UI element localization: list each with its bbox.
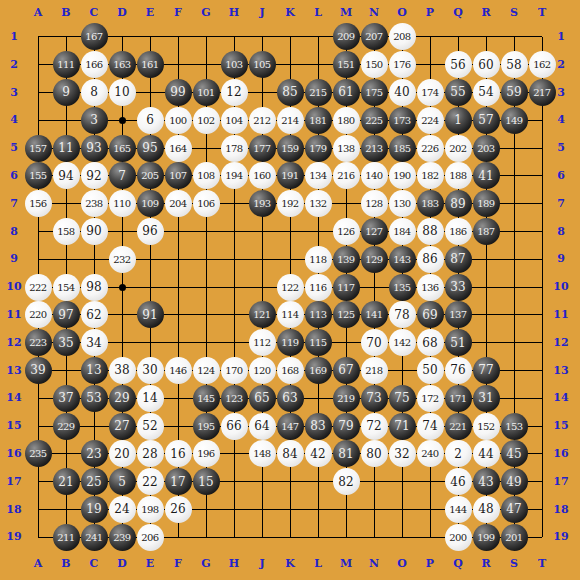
point-E11[interactable]: 91 — [136, 301, 164, 329]
point-E17[interactable]: 22 — [136, 468, 164, 496]
point-J19[interactable] — [248, 523, 276, 551]
point-F11[interactable] — [164, 301, 192, 329]
point-L2[interactable] — [304, 51, 332, 79]
point-K14[interactable]: 63 — [276, 384, 304, 412]
point-Q8[interactable]: 186 — [444, 218, 472, 246]
point-O4[interactable]: 173 — [388, 106, 416, 134]
point-L10[interactable]: 116 — [304, 273, 332, 301]
point-L7[interactable]: 132 — [304, 190, 332, 218]
point-A17[interactable] — [24, 468, 52, 496]
point-E19[interactable]: 206 — [136, 523, 164, 551]
point-B3[interactable]: 9 — [52, 79, 80, 107]
point-H14[interactable]: 123 — [220, 384, 248, 412]
point-A18[interactable] — [24, 496, 52, 524]
point-H2[interactable]: 103 — [220, 51, 248, 79]
point-G17[interactable]: 15 — [192, 468, 220, 496]
point-L12[interactable]: 115 — [304, 329, 332, 357]
point-M4[interactable]: 180 — [332, 106, 360, 134]
point-N12[interactable]: 70 — [360, 329, 388, 357]
point-N17[interactable] — [360, 468, 388, 496]
point-P10[interactable]: 136 — [416, 273, 444, 301]
point-N16[interactable]: 80 — [360, 440, 388, 468]
point-S3[interactable]: 59 — [500, 79, 528, 107]
point-M2[interactable]: 151 — [332, 51, 360, 79]
point-E12[interactable] — [136, 329, 164, 357]
point-H3[interactable]: 12 — [220, 79, 248, 107]
point-C9[interactable] — [80, 245, 108, 273]
point-P15[interactable]: 74 — [416, 412, 444, 440]
point-Q17[interactable]: 46 — [444, 468, 472, 496]
point-P5[interactable]: 226 — [416, 134, 444, 162]
point-L8[interactable] — [304, 218, 332, 246]
point-K16[interactable]: 84 — [276, 440, 304, 468]
point-H5[interactable]: 178 — [220, 134, 248, 162]
point-C19[interactable]: 241 — [80, 523, 108, 551]
point-D5[interactable]: 165 — [108, 134, 136, 162]
point-J14[interactable]: 65 — [248, 384, 276, 412]
point-B8[interactable]: 158 — [52, 218, 80, 246]
point-P8[interactable]: 88 — [416, 218, 444, 246]
point-B1[interactable] — [52, 23, 80, 51]
point-T15[interactable] — [528, 412, 556, 440]
point-H4[interactable]: 104 — [220, 106, 248, 134]
point-E15[interactable]: 52 — [136, 412, 164, 440]
point-R2[interactable]: 60 — [472, 51, 500, 79]
point-S13[interactable] — [500, 357, 528, 385]
point-C5[interactable]: 93 — [80, 134, 108, 162]
point-F4[interactable]: 100 — [164, 106, 192, 134]
point-D2[interactable]: 163 — [108, 51, 136, 79]
point-K4[interactable]: 214 — [276, 106, 304, 134]
point-Q11[interactable]: 137 — [444, 301, 472, 329]
point-B17[interactable]: 21 — [52, 468, 80, 496]
point-M17[interactable]: 82 — [332, 468, 360, 496]
point-P9[interactable]: 86 — [416, 245, 444, 273]
point-D14[interactable]: 29 — [108, 384, 136, 412]
point-J10[interactable] — [248, 273, 276, 301]
point-L17[interactable] — [304, 468, 332, 496]
point-B4[interactable] — [52, 106, 80, 134]
point-R6[interactable]: 41 — [472, 162, 500, 190]
point-B6[interactable]: 94 — [52, 162, 80, 190]
point-T10[interactable] — [528, 273, 556, 301]
point-K9[interactable] — [276, 245, 304, 273]
point-L3[interactable]: 215 — [304, 79, 332, 107]
point-F2[interactable] — [164, 51, 192, 79]
point-D10[interactable] — [108, 273, 136, 301]
point-M1[interactable]: 209 — [332, 23, 360, 51]
point-F9[interactable] — [164, 245, 192, 273]
point-A7[interactable]: 156 — [24, 190, 52, 218]
point-B9[interactable] — [52, 245, 80, 273]
point-O9[interactable]: 143 — [388, 245, 416, 273]
point-Q4[interactable]: 1 — [444, 106, 472, 134]
point-K7[interactable]: 192 — [276, 190, 304, 218]
point-N10[interactable] — [360, 273, 388, 301]
point-T13[interactable] — [528, 357, 556, 385]
point-C18[interactable]: 19 — [80, 496, 108, 524]
point-G18[interactable] — [192, 496, 220, 524]
point-R17[interactable]: 43 — [472, 468, 500, 496]
point-F17[interactable]: 17 — [164, 468, 192, 496]
point-H13[interactable]: 170 — [220, 357, 248, 385]
point-M15[interactable]: 79 — [332, 412, 360, 440]
point-N4[interactable]: 225 — [360, 106, 388, 134]
point-A10[interactable]: 222 — [24, 273, 52, 301]
point-R9[interactable] — [472, 245, 500, 273]
point-O18[interactable] — [388, 496, 416, 524]
point-R1[interactable] — [472, 23, 500, 51]
point-G9[interactable] — [192, 245, 220, 273]
point-F13[interactable]: 146 — [164, 357, 192, 385]
point-F16[interactable]: 16 — [164, 440, 192, 468]
point-R14[interactable]: 31 — [472, 384, 500, 412]
point-N19[interactable] — [360, 523, 388, 551]
point-Q6[interactable]: 188 — [444, 162, 472, 190]
point-K5[interactable]: 159 — [276, 134, 304, 162]
point-O14[interactable]: 75 — [388, 384, 416, 412]
point-F15[interactable] — [164, 412, 192, 440]
point-Q13[interactable]: 76 — [444, 357, 472, 385]
point-N14[interactable]: 73 — [360, 384, 388, 412]
point-N5[interactable]: 213 — [360, 134, 388, 162]
point-S4[interactable]: 149 — [500, 106, 528, 134]
point-Q12[interactable]: 51 — [444, 329, 472, 357]
point-R13[interactable]: 77 — [472, 357, 500, 385]
point-H10[interactable] — [220, 273, 248, 301]
point-L1[interactable] — [304, 23, 332, 51]
point-Q1[interactable] — [444, 23, 472, 51]
point-L14[interactable] — [304, 384, 332, 412]
point-G15[interactable]: 195 — [192, 412, 220, 440]
point-D3[interactable]: 10 — [108, 79, 136, 107]
point-O3[interactable]: 40 — [388, 79, 416, 107]
point-L19[interactable] — [304, 523, 332, 551]
point-O16[interactable]: 32 — [388, 440, 416, 468]
point-K12[interactable]: 119 — [276, 329, 304, 357]
point-A11[interactable]: 220 — [24, 301, 52, 329]
point-R11[interactable] — [472, 301, 500, 329]
point-N18[interactable] — [360, 496, 388, 524]
point-S14[interactable] — [500, 384, 528, 412]
point-C4[interactable]: 3 — [80, 106, 108, 134]
point-G13[interactable]: 124 — [192, 357, 220, 385]
point-R19[interactable]: 199 — [472, 523, 500, 551]
point-N7[interactable]: 128 — [360, 190, 388, 218]
point-A5[interactable]: 157 — [24, 134, 52, 162]
point-S6[interactable] — [500, 162, 528, 190]
point-P1[interactable] — [416, 23, 444, 51]
point-A15[interactable] — [24, 412, 52, 440]
point-K2[interactable] — [276, 51, 304, 79]
point-T4[interactable] — [528, 106, 556, 134]
point-D18[interactable]: 24 — [108, 496, 136, 524]
point-D4[interactable] — [108, 106, 136, 134]
point-Q14[interactable]: 171 — [444, 384, 472, 412]
point-A1[interactable] — [24, 23, 52, 51]
point-A3[interactable] — [24, 79, 52, 107]
point-J6[interactable]: 160 — [248, 162, 276, 190]
point-O8[interactable]: 184 — [388, 218, 416, 246]
point-S19[interactable]: 201 — [500, 523, 528, 551]
point-J9[interactable] — [248, 245, 276, 273]
point-G11[interactable] — [192, 301, 220, 329]
point-T7[interactable] — [528, 190, 556, 218]
point-D17[interactable]: 5 — [108, 468, 136, 496]
point-K11[interactable]: 114 — [276, 301, 304, 329]
point-F18[interactable]: 26 — [164, 496, 192, 524]
point-A6[interactable]: 155 — [24, 162, 52, 190]
point-S8[interactable] — [500, 218, 528, 246]
point-P14[interactable]: 172 — [416, 384, 444, 412]
point-L11[interactable]: 113 — [304, 301, 332, 329]
point-P6[interactable]: 182 — [416, 162, 444, 190]
point-R18[interactable]: 48 — [472, 496, 500, 524]
point-J13[interactable]: 120 — [248, 357, 276, 385]
point-K18[interactable] — [276, 496, 304, 524]
point-H17[interactable] — [220, 468, 248, 496]
point-L15[interactable]: 83 — [304, 412, 332, 440]
point-H11[interactable] — [220, 301, 248, 329]
point-O11[interactable]: 78 — [388, 301, 416, 329]
point-M6[interactable]: 216 — [332, 162, 360, 190]
point-K10[interactable]: 122 — [276, 273, 304, 301]
point-S9[interactable] — [500, 245, 528, 273]
point-J2[interactable]: 105 — [248, 51, 276, 79]
point-L5[interactable]: 179 — [304, 134, 332, 162]
point-E18[interactable]: 198 — [136, 496, 164, 524]
point-E8[interactable]: 96 — [136, 218, 164, 246]
point-M3[interactable]: 61 — [332, 79, 360, 107]
point-C12[interactable]: 34 — [80, 329, 108, 357]
point-E13[interactable]: 30 — [136, 357, 164, 385]
point-L9[interactable]: 118 — [304, 245, 332, 273]
point-E7[interactable]: 109 — [136, 190, 164, 218]
point-H1[interactable] — [220, 23, 248, 51]
point-E10[interactable] — [136, 273, 164, 301]
point-A2[interactable] — [24, 51, 52, 79]
point-B7[interactable] — [52, 190, 80, 218]
point-A19[interactable] — [24, 523, 52, 551]
point-G2[interactable] — [192, 51, 220, 79]
point-O13[interactable] — [388, 357, 416, 385]
point-H16[interactable] — [220, 440, 248, 468]
point-B18[interactable] — [52, 496, 80, 524]
point-Q9[interactable]: 87 — [444, 245, 472, 273]
point-T8[interactable] — [528, 218, 556, 246]
point-D15[interactable]: 27 — [108, 412, 136, 440]
point-T2[interactable]: 162 — [528, 51, 556, 79]
point-C16[interactable]: 23 — [80, 440, 108, 468]
point-T11[interactable] — [528, 301, 556, 329]
point-O6[interactable]: 190 — [388, 162, 416, 190]
point-S10[interactable] — [500, 273, 528, 301]
point-D8[interactable] — [108, 218, 136, 246]
point-C1[interactable]: 167 — [80, 23, 108, 51]
point-F12[interactable] — [164, 329, 192, 357]
point-M8[interactable]: 126 — [332, 218, 360, 246]
point-G12[interactable] — [192, 329, 220, 357]
point-K6[interactable]: 191 — [276, 162, 304, 190]
point-F8[interactable] — [164, 218, 192, 246]
point-H9[interactable] — [220, 245, 248, 273]
point-P4[interactable]: 224 — [416, 106, 444, 134]
point-D19[interactable]: 239 — [108, 523, 136, 551]
point-M9[interactable]: 139 — [332, 245, 360, 273]
point-J12[interactable]: 112 — [248, 329, 276, 357]
point-C10[interactable]: 98 — [80, 273, 108, 301]
point-C11[interactable]: 62 — [80, 301, 108, 329]
point-R5[interactable]: 203 — [472, 134, 500, 162]
point-A4[interactable] — [24, 106, 52, 134]
point-A13[interactable]: 39 — [24, 357, 52, 385]
point-P13[interactable]: 50 — [416, 357, 444, 385]
point-L16[interactable]: 42 — [304, 440, 332, 468]
point-G10[interactable] — [192, 273, 220, 301]
point-F3[interactable]: 99 — [164, 79, 192, 107]
point-S1[interactable] — [500, 23, 528, 51]
point-J5[interactable]: 177 — [248, 134, 276, 162]
point-B16[interactable] — [52, 440, 80, 468]
point-H15[interactable]: 66 — [220, 412, 248, 440]
point-T12[interactable] — [528, 329, 556, 357]
point-K3[interactable]: 85 — [276, 79, 304, 107]
point-F10[interactable] — [164, 273, 192, 301]
point-J15[interactable]: 64 — [248, 412, 276, 440]
point-D7[interactable]: 110 — [108, 190, 136, 218]
point-C17[interactable]: 25 — [80, 468, 108, 496]
point-T3[interactable]: 217 — [528, 79, 556, 107]
point-H19[interactable] — [220, 523, 248, 551]
point-O12[interactable]: 142 — [388, 329, 416, 357]
point-T6[interactable] — [528, 162, 556, 190]
point-A16[interactable]: 235 — [24, 440, 52, 468]
point-M5[interactable]: 138 — [332, 134, 360, 162]
point-Q2[interactable]: 56 — [444, 51, 472, 79]
point-O19[interactable] — [388, 523, 416, 551]
point-T14[interactable] — [528, 384, 556, 412]
point-O1[interactable]: 208 — [388, 23, 416, 51]
point-S16[interactable]: 45 — [500, 440, 528, 468]
point-F19[interactable] — [164, 523, 192, 551]
point-P18[interactable] — [416, 496, 444, 524]
point-D12[interactable] — [108, 329, 136, 357]
point-G3[interactable]: 101 — [192, 79, 220, 107]
point-C3[interactable]: 8 — [80, 79, 108, 107]
point-F5[interactable]: 164 — [164, 134, 192, 162]
point-P12[interactable]: 68 — [416, 329, 444, 357]
point-Q3[interactable]: 55 — [444, 79, 472, 107]
point-R4[interactable]: 57 — [472, 106, 500, 134]
point-J16[interactable]: 148 — [248, 440, 276, 468]
point-G5[interactable] — [192, 134, 220, 162]
point-O7[interactable]: 130 — [388, 190, 416, 218]
point-F6[interactable]: 107 — [164, 162, 192, 190]
point-P19[interactable] — [416, 523, 444, 551]
point-E2[interactable]: 161 — [136, 51, 164, 79]
point-R10[interactable] — [472, 273, 500, 301]
point-J8[interactable] — [248, 218, 276, 246]
point-D16[interactable]: 20 — [108, 440, 136, 468]
point-P17[interactable] — [416, 468, 444, 496]
point-C6[interactable]: 92 — [80, 162, 108, 190]
point-L6[interactable]: 134 — [304, 162, 332, 190]
point-N1[interactable]: 207 — [360, 23, 388, 51]
point-Q19[interactable]: 200 — [444, 523, 472, 551]
point-B14[interactable]: 37 — [52, 384, 80, 412]
point-G7[interactable]: 106 — [192, 190, 220, 218]
point-O5[interactable]: 185 — [388, 134, 416, 162]
point-N3[interactable]: 175 — [360, 79, 388, 107]
point-C13[interactable]: 13 — [80, 357, 108, 385]
point-K8[interactable] — [276, 218, 304, 246]
point-M7[interactable] — [332, 190, 360, 218]
point-E14[interactable]: 14 — [136, 384, 164, 412]
point-M18[interactable] — [332, 496, 360, 524]
point-M12[interactable] — [332, 329, 360, 357]
point-Q18[interactable]: 144 — [444, 496, 472, 524]
point-T16[interactable] — [528, 440, 556, 468]
point-E6[interactable]: 205 — [136, 162, 164, 190]
point-B10[interactable]: 154 — [52, 273, 80, 301]
point-A8[interactable] — [24, 218, 52, 246]
point-D6[interactable]: 7 — [108, 162, 136, 190]
point-E1[interactable] — [136, 23, 164, 51]
point-J7[interactable]: 193 — [248, 190, 276, 218]
point-G19[interactable] — [192, 523, 220, 551]
point-E4[interactable]: 6 — [136, 106, 164, 134]
point-S7[interactable] — [500, 190, 528, 218]
point-K17[interactable] — [276, 468, 304, 496]
point-E5[interactable]: 95 — [136, 134, 164, 162]
point-N11[interactable]: 141 — [360, 301, 388, 329]
point-Q10[interactable]: 33 — [444, 273, 472, 301]
point-B2[interactable]: 111 — [52, 51, 80, 79]
point-C15[interactable] — [80, 412, 108, 440]
point-C7[interactable]: 238 — [80, 190, 108, 218]
point-Q7[interactable]: 89 — [444, 190, 472, 218]
point-B15[interactable]: 229 — [52, 412, 80, 440]
point-S2[interactable]: 58 — [500, 51, 528, 79]
point-G16[interactable]: 196 — [192, 440, 220, 468]
point-B13[interactable] — [52, 357, 80, 385]
point-T18[interactable] — [528, 496, 556, 524]
point-B12[interactable]: 35 — [52, 329, 80, 357]
point-M10[interactable]: 117 — [332, 273, 360, 301]
point-O15[interactable]: 71 — [388, 412, 416, 440]
point-N2[interactable]: 150 — [360, 51, 388, 79]
point-S5[interactable] — [500, 134, 528, 162]
point-F14[interactable] — [164, 384, 192, 412]
point-R16[interactable]: 44 — [472, 440, 500, 468]
point-C8[interactable]: 90 — [80, 218, 108, 246]
point-K1[interactable] — [276, 23, 304, 51]
point-M14[interactable]: 219 — [332, 384, 360, 412]
point-E9[interactable] — [136, 245, 164, 273]
point-H18[interactable] — [220, 496, 248, 524]
point-C2[interactable]: 166 — [80, 51, 108, 79]
point-R15[interactable]: 152 — [472, 412, 500, 440]
point-S15[interactable]: 153 — [500, 412, 528, 440]
point-S12[interactable] — [500, 329, 528, 357]
point-R12[interactable] — [472, 329, 500, 357]
point-J18[interactable] — [248, 496, 276, 524]
point-M19[interactable] — [332, 523, 360, 551]
point-A9[interactable] — [24, 245, 52, 273]
point-P11[interactable]: 69 — [416, 301, 444, 329]
point-G8[interactable] — [192, 218, 220, 246]
point-H6[interactable]: 194 — [220, 162, 248, 190]
